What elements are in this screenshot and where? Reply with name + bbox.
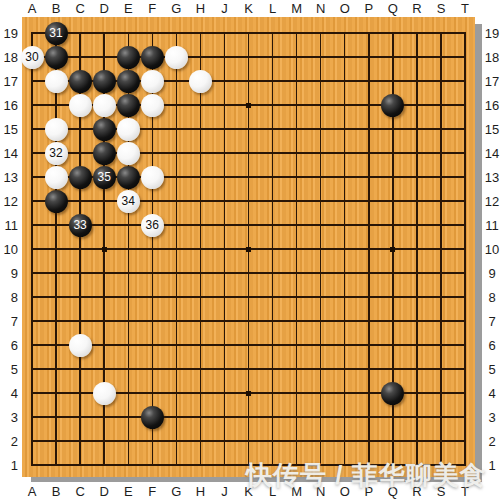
coord-right-13: 13 [484,170,500,185]
coord-top-K: K [237,1,261,16]
star-point-Q10 [390,247,395,252]
stone-white-A18: 30 [21,46,44,69]
coord-right-11: 11 [484,218,500,233]
coord-right-2: 2 [484,434,500,449]
coord-bottom-J: J [212,484,236,499]
coord-left-13: 13 [0,170,18,185]
coord-right-14: 14 [484,146,500,161]
coord-top-M: M [285,1,309,16]
grid-line-vertical [344,32,345,465]
grid-line-horizontal [31,368,465,369]
stone-white-B15 [45,118,68,141]
stone-black-E16 [117,94,140,117]
coord-left-15: 15 [0,122,18,137]
coord-left-18: 18 [0,50,18,65]
coord-left-3: 3 [0,410,18,425]
coord-right-15: 15 [484,122,500,137]
grid-line-vertical [272,32,273,465]
stone-white-C6 [69,334,92,357]
coord-left-4: 4 [0,386,18,401]
grid-line-vertical [416,32,417,465]
star-point-K10 [246,247,251,252]
coord-right-8: 8 [484,290,500,305]
coord-top-F: F [140,1,164,16]
stone-black-F18 [141,46,164,69]
coord-right-6: 6 [484,338,500,353]
coord-right-19: 19 [484,26,500,41]
coord-bottom-A: A [20,484,44,499]
grid-line-vertical [296,32,297,465]
stone-black-B19: 31 [45,22,68,45]
coord-bottom-C: C [68,484,92,499]
stone-white-F17 [141,70,164,93]
stone-white-B17 [45,70,68,93]
stone-black-Q16 [381,94,404,117]
grid-line-vertical [368,32,369,465]
stone-black-B18 [45,46,68,69]
coord-top-A: A [20,1,44,16]
coord-bottom-E: E [116,484,140,499]
coord-right-12: 12 [484,194,500,209]
grid-line-horizontal [31,440,465,441]
stone-black-E17 [117,70,140,93]
coord-left-5: 5 [0,362,18,377]
grid-line-horizontal [31,296,465,297]
stone-white-B14: 32 [45,142,68,165]
coord-right-4: 4 [484,386,500,401]
coord-right-17: 17 [484,74,500,89]
coord-left-12: 12 [0,194,18,209]
coord-left-9: 9 [0,266,18,281]
coord-top-J: J [212,1,236,16]
stone-white-F11: 36 [141,214,164,237]
coord-left-6: 6 [0,338,18,353]
stone-white-F13 [141,166,164,189]
coord-top-Q: Q [381,1,405,16]
star-point-D10 [102,247,107,252]
stone-black-C17 [69,70,92,93]
coord-bottom-G: G [164,484,188,499]
stone-black-C11: 33 [69,214,92,237]
grid-line-horizontal [31,272,465,273]
stone-black-Q4 [381,382,404,405]
stone-white-B13 [45,166,68,189]
coord-bottom-D: D [92,484,116,499]
coord-right-16: 16 [484,98,500,113]
stone-black-C13 [69,166,92,189]
coord-top-O: O [333,1,357,16]
stone-black-D14 [93,142,116,165]
coord-left-7: 7 [0,314,18,329]
coord-top-G: G [164,1,188,16]
go-diagram: 31353330323436 快传号 / 菲华聊美食 AABBCCDDEEFFG… [0,0,500,500]
stone-white-G18 [165,46,188,69]
coord-right-18: 18 [484,50,500,65]
coord-top-L: L [261,1,285,16]
coord-left-2: 2 [0,434,18,449]
coord-left-10: 10 [0,242,18,257]
coord-top-H: H [188,1,212,16]
coord-bottom-H: H [188,484,212,499]
grid-line-horizontal [31,320,465,321]
grid-line-horizontal [31,416,465,417]
coord-left-17: 17 [0,74,18,89]
grid-line-vertical [440,32,441,465]
go-board: 31353330323436 [22,17,475,477]
grid-line-vertical [320,32,321,465]
stone-white-F16 [141,94,164,117]
star-point-K4 [246,391,251,396]
coord-right-5: 5 [484,362,500,377]
coord-left-14: 14 [0,146,18,161]
stone-black-D17 [93,70,116,93]
coord-top-E: E [116,1,140,16]
coord-top-D: D [92,1,116,16]
coord-right-9: 9 [484,266,500,281]
stone-white-H17 [189,70,212,93]
coord-top-C: C [68,1,92,16]
coord-left-1: 1 [0,458,18,473]
grid-line-horizontal [31,344,465,345]
coord-top-B: B [44,1,68,16]
coord-top-S: S [429,1,453,16]
coord-left-16: 16 [0,98,18,113]
coord-left-11: 11 [0,218,18,233]
stone-black-F3 [141,406,164,429]
stone-black-B12 [45,190,68,213]
stone-black-D13: 35 [93,166,116,189]
coord-left-8: 8 [0,290,18,305]
coord-top-P: P [357,1,381,16]
coord-right-10: 10 [484,242,500,257]
coord-right-3: 3 [484,410,500,425]
coord-top-T: T [453,1,477,16]
stone-black-E13 [117,166,140,189]
stone-white-E15 [117,118,140,141]
stone-white-D16 [93,94,116,117]
coord-bottom-F: F [140,484,164,499]
coord-top-N: N [309,1,333,16]
coord-bottom-B: B [44,484,68,499]
stone-black-E18 [117,46,140,69]
stone-white-D4 [93,382,116,405]
stone-white-E12: 34 [117,190,140,213]
star-point-K16 [246,103,251,108]
stone-white-E14 [117,142,140,165]
grid-line-vertical [464,32,465,465]
stone-black-D15 [93,118,116,141]
coord-top-R: R [405,1,429,16]
watermark: 快传号 / 菲华聊美食 [246,458,487,493]
stone-white-C16 [69,94,92,117]
coord-right-7: 7 [484,314,500,329]
coord-left-19: 19 [0,26,18,41]
